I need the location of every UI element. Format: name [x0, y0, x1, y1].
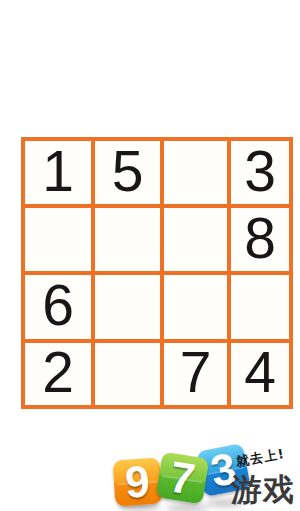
cell-r3c2[interactable]: [95, 275, 160, 339]
cell-r2c1[interactable]: [25, 208, 91, 271]
cell-r4c1[interactable]: 2: [25, 343, 91, 405]
page: 1 5 3 8 6 2 7 4 9 7 3 就去上! 游戏: [0, 0, 300, 511]
cell-r4c2[interactable]: [95, 343, 160, 405]
cell-r1c2[interactable]: 5: [95, 141, 160, 204]
cell-r2c3[interactable]: [164, 208, 227, 271]
cell-r1c4[interactable]: 3: [231, 141, 289, 204]
cell-r4c3[interactable]: 7: [164, 343, 227, 405]
puzzle-board: 1 5 3 8 6 2 7 4: [21, 137, 293, 409]
cell-r4c4[interactable]: 4: [231, 343, 289, 405]
cell-r1c3[interactable]: [164, 141, 227, 204]
cell-r3c3[interactable]: [164, 275, 227, 339]
logo-digit-9: 9: [124, 456, 152, 508]
logo-digit-7: 7: [166, 451, 198, 504]
cell-r2c4[interactable]: 8: [231, 208, 289, 271]
logo-tile-9: 9: [112, 457, 162, 506]
cell-r3c4[interactable]: [231, 275, 289, 339]
tile-shadow: [166, 504, 208, 511]
cell-r2c2[interactable]: [95, 208, 160, 271]
cell-r3c1[interactable]: 6: [25, 275, 91, 339]
logo-site-name-text: 游戏: [231, 469, 295, 511]
cell-r1c1[interactable]: 1: [25, 141, 91, 204]
logo-tile-7: 7: [156, 452, 210, 505]
